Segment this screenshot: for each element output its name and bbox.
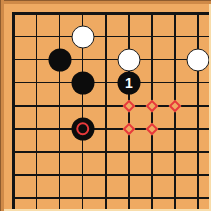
black-stone-d16 xyxy=(71,71,94,94)
grid-line-horizontal xyxy=(12,59,211,60)
go-diagram: 1 xyxy=(0,0,211,211)
grid-line-vertical xyxy=(105,12,106,211)
diamond-marker-g14 xyxy=(146,123,159,136)
circle-marker-d14 xyxy=(76,122,90,136)
grid-line-horizontal xyxy=(12,151,211,152)
black-stone-c17 xyxy=(48,48,71,71)
white-stone-d18 xyxy=(71,25,94,48)
board-edge-right-light xyxy=(209,4,211,211)
grid-line-horizontal xyxy=(12,36,211,37)
grid-line-vertical xyxy=(197,12,198,211)
board-edge-top xyxy=(0,1,211,4)
grid-line-vertical xyxy=(36,12,37,211)
board-edge-bottom-light xyxy=(4,209,211,211)
white-stone-j17 xyxy=(187,48,210,71)
diamond-marker-h15 xyxy=(169,100,182,113)
grid-line-horizontal xyxy=(12,12,211,14)
grid-line-horizontal xyxy=(12,197,211,198)
go-board: 1 xyxy=(0,0,211,211)
grid-line-vertical xyxy=(12,12,14,211)
move-number-label: 1 xyxy=(125,75,133,90)
grid-line-horizontal xyxy=(12,82,211,83)
grid-line-horizontal xyxy=(12,174,211,175)
board-edge-left xyxy=(1,0,4,211)
diamond-marker-f15 xyxy=(123,100,136,113)
diamond-marker-g15 xyxy=(146,100,159,113)
grid-line-vertical xyxy=(59,12,60,211)
black-stone-f16: 1 xyxy=(117,71,140,94)
diamond-marker-f14 xyxy=(123,123,136,136)
grid-line-horizontal xyxy=(12,128,211,129)
white-stone-f17 xyxy=(117,48,140,71)
